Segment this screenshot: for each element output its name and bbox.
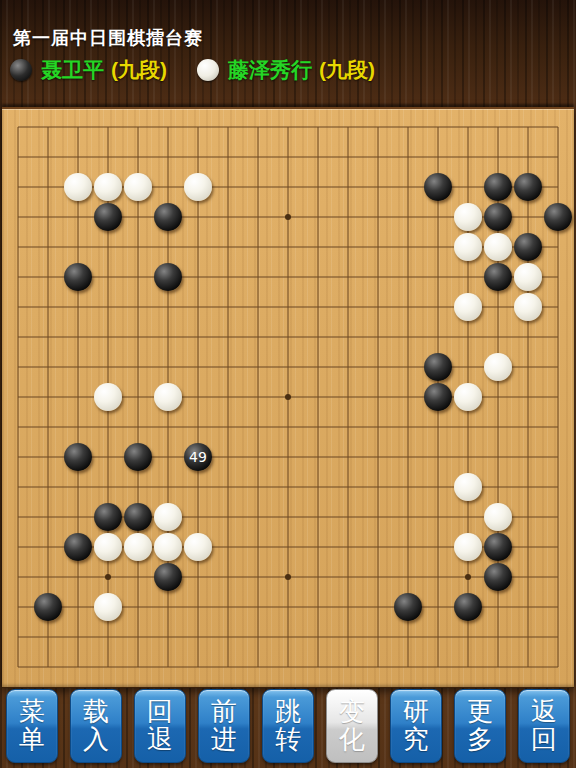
black-stone bbox=[514, 173, 542, 201]
toolbar-button-label: 跳转 bbox=[273, 698, 303, 754]
white-stone bbox=[94, 533, 122, 561]
black-stone bbox=[154, 563, 182, 591]
black-stone bbox=[64, 263, 92, 291]
toolbar-button-load[interactable]: 载入 bbox=[70, 689, 122, 763]
white-stone bbox=[454, 293, 482, 321]
white-stone bbox=[454, 473, 482, 501]
toolbar-button-forward[interactable]: 前进 bbox=[198, 689, 250, 763]
black-stone-move-49: 49 bbox=[184, 443, 212, 471]
star-point bbox=[285, 214, 291, 220]
black-stone bbox=[124, 443, 152, 471]
page-title: 第一届中日围棋擂台赛 bbox=[13, 26, 203, 50]
black-stone bbox=[34, 593, 62, 621]
black-stone bbox=[424, 383, 452, 411]
go-board[interactable]: 49 bbox=[2, 107, 574, 688]
toolbar-button-jump[interactable]: 跳转 bbox=[262, 689, 314, 763]
players-bar: 聂卫平 (九段) 藤泽秀行 (九段) bbox=[10, 56, 375, 84]
toolbar-button-label: 变化 bbox=[337, 698, 367, 754]
toolbar-button-variation[interactable]: 变化 bbox=[326, 689, 378, 763]
black-stone bbox=[484, 263, 512, 291]
white-stone bbox=[124, 173, 152, 201]
toolbar-button-label: 前进 bbox=[209, 698, 239, 754]
black-stone bbox=[454, 593, 482, 621]
black-player-name: 聂卫平 bbox=[41, 56, 104, 84]
star-point bbox=[285, 394, 291, 400]
white-stone bbox=[124, 533, 152, 561]
toolbar-button-study[interactable]: 研究 bbox=[390, 689, 442, 763]
star-point bbox=[285, 574, 291, 580]
white-stone bbox=[94, 593, 122, 621]
toolbar-button-undo[interactable]: 回退 bbox=[134, 689, 186, 763]
toolbar-button-menu[interactable]: 菜单 bbox=[6, 689, 58, 763]
star-point bbox=[465, 574, 471, 580]
black-stone bbox=[154, 203, 182, 231]
black-stone bbox=[64, 443, 92, 471]
toolbar-button-label: 返回 bbox=[529, 698, 559, 754]
white-stone bbox=[484, 233, 512, 261]
white-player-stone-icon bbox=[197, 59, 219, 81]
black-player-rank: (九段) bbox=[111, 56, 167, 84]
toolbar-button-return[interactable]: 返回 bbox=[518, 689, 570, 763]
white-stone bbox=[514, 263, 542, 291]
move-number-label: 49 bbox=[184, 443, 212, 471]
white-stone bbox=[154, 533, 182, 561]
black-stone bbox=[484, 173, 512, 201]
black-player-stone-icon bbox=[10, 59, 32, 81]
white-stone bbox=[184, 533, 212, 561]
black-stone bbox=[484, 563, 512, 591]
bottom-toolbar: 菜单载入回退前进跳转变化研究更多返回 bbox=[0, 689, 576, 763]
white-stone bbox=[454, 203, 482, 231]
white-stone bbox=[454, 533, 482, 561]
white-stone bbox=[94, 383, 122, 411]
toolbar-button-label: 更多 bbox=[465, 698, 495, 754]
toolbar-button-label: 载入 bbox=[81, 698, 111, 754]
toolbar-button-more[interactable]: 更多 bbox=[454, 689, 506, 763]
white-player-rank: (九段) bbox=[319, 56, 375, 84]
black-stone bbox=[124, 503, 152, 531]
white-stone bbox=[154, 503, 182, 531]
white-player-name: 藤泽秀行 bbox=[228, 56, 312, 84]
black-stone bbox=[424, 353, 452, 381]
black-stone bbox=[154, 263, 182, 291]
toolbar-button-label: 研究 bbox=[401, 698, 431, 754]
star-point bbox=[105, 574, 111, 580]
black-stone bbox=[424, 173, 452, 201]
toolbar-button-label: 回退 bbox=[145, 698, 175, 754]
black-stone bbox=[394, 593, 422, 621]
white-stone bbox=[484, 353, 512, 381]
black-stone bbox=[484, 203, 512, 231]
black-stone bbox=[94, 503, 122, 531]
toolbar-button-label: 菜单 bbox=[17, 698, 47, 754]
white-stone bbox=[184, 173, 212, 201]
white-stone bbox=[454, 383, 482, 411]
white-stone bbox=[64, 173, 92, 201]
black-stone bbox=[64, 533, 92, 561]
white-stone bbox=[484, 503, 512, 531]
white-stone bbox=[454, 233, 482, 261]
white-stone bbox=[154, 383, 182, 411]
black-stone bbox=[484, 533, 512, 561]
black-stone bbox=[94, 203, 122, 231]
white-stone bbox=[94, 173, 122, 201]
black-stone bbox=[514, 233, 542, 261]
black-stone bbox=[544, 203, 572, 231]
white-stone bbox=[514, 293, 542, 321]
